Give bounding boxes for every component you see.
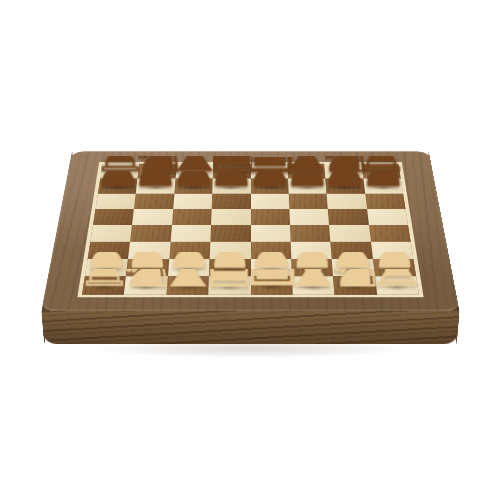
square-h1[interactable]: ♜ bbox=[375, 276, 419, 294]
chess-board: ♜♞♝♛♚♝♞♜♟♟♟♟♟♟♟♟♟♟♟♟♟♟♟♟♜♞♝♛♚♝♞♜ bbox=[41, 151, 459, 311]
board-top-surface: ♜♞♝♛♚♝♞♜♟♟♟♟♟♟♟♟♟♟♟♟♟♟♟♟♜♞♝♛♚♝♞♜ bbox=[41, 151, 459, 311]
square-b6[interactable] bbox=[134, 193, 174, 209]
square-h6[interactable] bbox=[365, 193, 406, 209]
white-rook[interactable]: ♜ bbox=[376, 269, 418, 285]
square-g6[interactable] bbox=[327, 193, 367, 209]
board-grid: ♜♞♝♛♚♝♞♜♟♟♟♟♟♟♟♟♟♟♟♟♟♟♟♟♜♞♝♛♚♝♞♜ bbox=[82, 164, 419, 295]
black-pawn[interactable]: ♟ bbox=[364, 171, 402, 186]
board-frame-line: ♜♞♝♛♚♝♞♜♟♟♟♟♟♟♟♟♟♟♟♟♟♟♟♟♜♞♝♛♚♝♞♜ bbox=[77, 162, 423, 297]
board-edge-front bbox=[41, 311, 459, 344]
square-h7[interactable]: ♟ bbox=[363, 178, 403, 193]
product-photo-canvas: ♜♞♝♛♚♝♞♜♟♟♟♟♟♟♟♟♟♟♟♟♟♟♟♟♜♞♝♛♚♝♞♜ bbox=[0, 0, 500, 500]
square-d7[interactable]: ♟ bbox=[212, 178, 250, 193]
square-a6[interactable] bbox=[96, 193, 137, 209]
